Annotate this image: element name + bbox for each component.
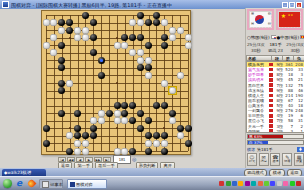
header-losses: 负 xyxy=(294,56,304,60)
sidebar-tool-好友[interactable]: ☺好友 xyxy=(247,153,257,166)
white-time: 25分/3次 30秒 xyxy=(246,42,266,55)
white-territory-bar: 白 37% xyxy=(247,140,304,145)
user-badge-icon xyxy=(269,129,273,133)
black-stone xyxy=(153,12,160,19)
kifu-nav-button[interactable]: |◀ xyxy=(58,157,66,162)
user-badge-icon xyxy=(269,73,273,77)
white-stone xyxy=(161,19,168,26)
sidebar-tool-记谱[interactable]: ✎记谱 xyxy=(282,153,292,166)
black-stone xyxy=(137,125,144,132)
white-time-seconds: 30秒 xyxy=(246,48,266,54)
user-badge-icon xyxy=(269,104,273,108)
white-stone xyxy=(114,148,121,155)
white-stone xyxy=(137,49,144,56)
watcher-count: 观战 23 xyxy=(266,48,286,54)
white-stone xyxy=(145,72,152,79)
tray-icon[interactable] xyxy=(277,181,282,186)
white-stone xyxy=(50,34,57,41)
app-icon xyxy=(2,1,9,8)
move-spinner[interactable]: ▲▼ xyxy=(297,147,304,152)
white-stone xyxy=(177,132,184,139)
white-stone xyxy=(185,34,192,41)
trigram-icon: ☰ xyxy=(251,13,254,17)
user-badge-icon xyxy=(269,124,273,128)
tray-icon[interactable] xyxy=(283,181,288,186)
sub-window-bar: ◆walk23棋谱 观战模式棋谱返回 xyxy=(0,168,304,176)
user-stat: 3 xyxy=(284,129,294,133)
task-app-icon xyxy=(42,181,49,188)
white-stone xyxy=(74,140,81,147)
task-button-active[interactable]: 围棋对弈 xyxy=(67,179,107,189)
black-stone xyxy=(145,64,152,71)
white-stone xyxy=(58,27,65,34)
white-stone xyxy=(169,34,176,41)
white-stone xyxy=(50,19,57,26)
white-stone xyxy=(169,117,176,124)
current-move-marker xyxy=(100,59,103,62)
black-stone xyxy=(145,19,152,26)
black-stone xyxy=(161,132,168,139)
status-value: 第181手 xyxy=(257,147,297,152)
grid-line-v xyxy=(156,15,157,151)
white-territory-label: 白 37% xyxy=(249,141,262,146)
china-mini-flag-icon xyxy=(300,35,304,39)
tool-label: 记谱 xyxy=(283,160,291,164)
white-stone xyxy=(82,34,89,41)
black-stone xyxy=(58,87,65,94)
white-stone xyxy=(185,42,192,49)
internet-explorer-icon[interactable]: e xyxy=(16,178,22,188)
black-stone xyxy=(153,132,160,139)
white-stone xyxy=(98,117,105,124)
black-territory-bar: 黑 63% xyxy=(247,134,304,139)
black-stone xyxy=(74,125,81,132)
maximize-button[interactable]: □ xyxy=(289,2,295,8)
white-stone xyxy=(121,148,128,155)
black-stone xyxy=(106,110,113,117)
tray-icon[interactable] xyxy=(226,181,231,186)
trigram-icon: ☷ xyxy=(268,23,271,27)
black-stone xyxy=(121,110,128,117)
taskbar: e 记事本 围棋对弈 xyxy=(0,176,304,190)
black-stone xyxy=(121,102,128,109)
task-button-inactive[interactable]: 记事本 xyxy=(39,179,63,189)
white-stone xyxy=(82,27,89,34)
white-stone xyxy=(66,132,73,139)
black-stone xyxy=(169,110,176,117)
white-stone xyxy=(114,117,121,124)
star-point xyxy=(69,37,71,39)
tray-icon[interactable] xyxy=(251,181,256,186)
white-stone xyxy=(169,87,176,94)
black-stone xyxy=(58,80,65,87)
task-app-icon xyxy=(70,182,75,187)
nav-buttons-container: |◀◀◀◀▶▶▶▶| xyxy=(58,157,112,162)
white-stone xyxy=(137,57,144,64)
china-star-icon: ★ xyxy=(281,13,286,19)
header-name: 名称 xyxy=(247,56,272,60)
black-stone xyxy=(82,132,89,139)
taeguk-icon xyxy=(255,15,264,24)
task-label: 围棋对弈 xyxy=(76,182,93,187)
trigram-icon: ☵ xyxy=(251,23,254,27)
user-list[interactable]: 棋乐无穷9段361208紫气东来9段52033妙手回春8段183清风明月9段45… xyxy=(246,61,304,133)
black-stone xyxy=(129,117,136,124)
kifu-nav-button[interactable]: ▶| xyxy=(103,157,111,162)
white-stone xyxy=(161,140,168,147)
white-stone xyxy=(74,34,81,41)
black-stone xyxy=(185,140,192,147)
white-stone xyxy=(145,140,152,147)
black-stone xyxy=(90,34,97,41)
white-stone xyxy=(145,57,152,64)
black-stone xyxy=(185,125,192,132)
user-badge-icon xyxy=(269,109,273,113)
black-stone xyxy=(161,34,168,41)
korea-card-face: ☰ ☲ ☵ ☷ xyxy=(250,12,271,27)
black-stone xyxy=(121,34,128,41)
black-stone xyxy=(66,27,73,34)
white-stone xyxy=(43,42,50,49)
black-stone xyxy=(153,19,160,26)
grid-line-v xyxy=(149,15,150,151)
black-stone xyxy=(66,19,73,26)
black-stone xyxy=(137,34,144,41)
header-wins: 胜 xyxy=(283,56,294,60)
china-small-stars-icon: ★★ xyxy=(288,14,293,17)
black-stone xyxy=(137,12,144,19)
black-stone xyxy=(161,42,168,49)
time-info-row: 25分/3次 30秒 181手 观战 23 25分/3次 30秒 xyxy=(246,42,304,56)
sidebar-tool-消息[interactable]: ✉消息 xyxy=(259,153,269,166)
korea-flag-card: ☰ ☲ ☵ ☷ xyxy=(247,9,274,30)
tool-label: 消息 xyxy=(260,160,268,164)
screen: 围棋对弈 - [国际围棋大赛转播] 黑贴6目半, 19路, 第181手 - 正在… xyxy=(0,0,304,190)
black-player-label: 中国(9段) xyxy=(280,35,299,40)
tray-icon[interactable] xyxy=(264,181,269,186)
white-player-label: 韩国(9段) xyxy=(251,35,270,40)
white-stone xyxy=(169,27,176,34)
black-stone xyxy=(129,148,136,155)
white-stone xyxy=(177,72,184,79)
china-flag-card: ★ ★★ xyxy=(276,9,303,30)
black-stone xyxy=(98,72,105,79)
tool-label: 设置 xyxy=(295,160,303,164)
white-stone xyxy=(98,110,105,117)
tray-icon[interactable] xyxy=(238,181,243,186)
header-rank: 段 xyxy=(272,56,283,60)
black-stone xyxy=(74,110,81,117)
sidebar-tool-设置[interactable]: ▦设置 xyxy=(294,153,304,166)
tool-label: 邀请 xyxy=(271,160,279,164)
star-point xyxy=(116,37,118,39)
black-stone xyxy=(98,57,105,64)
black-territory-label: 黑 63% xyxy=(249,135,262,140)
white-stone xyxy=(114,110,121,117)
player-cards: ☰ ☲ ☵ ☷ ★ ★★ xyxy=(246,9,304,32)
black-stone xyxy=(58,19,65,26)
user-stat: 1 xyxy=(294,129,304,133)
kifu-window-tab[interactable]: ◆walk23棋谱 xyxy=(2,169,46,177)
sidebar: ☰ ☲ ☵ ☷ ★ ★★ ○ 韩国(9段) ● 中国(9段 xyxy=(245,8,304,168)
white-stone xyxy=(177,27,184,34)
grid-line-h xyxy=(46,91,188,92)
user-badge-icon xyxy=(269,78,273,82)
goto-move-icon[interactable]: ◎ xyxy=(132,157,136,162)
tray-icon[interactable] xyxy=(270,181,275,186)
white-stone xyxy=(129,19,136,26)
china-card-face: ★ ★★ xyxy=(279,12,300,27)
tool-label: 好友 xyxy=(248,160,256,164)
white-stone xyxy=(114,42,121,49)
white-stone xyxy=(50,49,57,56)
black-stone xyxy=(43,125,50,132)
white-stone xyxy=(82,140,89,147)
trigram-icon: ☲ xyxy=(268,13,271,17)
white-stone xyxy=(74,148,81,155)
black-stone xyxy=(145,117,152,124)
tray-icon[interactable] xyxy=(232,181,237,186)
white-stone xyxy=(66,80,73,87)
black-stone xyxy=(145,42,152,49)
grid-line-h xyxy=(46,98,188,99)
black-stone xyxy=(90,125,97,132)
kifu-nav-button[interactable]: ▶ xyxy=(85,157,93,162)
white-stone xyxy=(74,27,81,34)
star-point xyxy=(116,82,118,84)
user-badge-icon xyxy=(269,63,273,67)
black-player: ● 中国(9段) xyxy=(276,33,305,41)
tray-icon[interactable] xyxy=(219,181,224,186)
black-stone xyxy=(90,132,97,139)
user-badge-icon xyxy=(269,99,273,103)
black-stone xyxy=(43,140,50,147)
tray-icon[interactable] xyxy=(290,181,295,186)
white-stone xyxy=(90,117,97,124)
white-player: ○ 韩国(9段) xyxy=(246,33,276,41)
user-badge-icon xyxy=(269,94,273,98)
black-stone xyxy=(90,49,97,56)
tray-icon[interactable] xyxy=(245,181,250,186)
black-stone xyxy=(161,102,168,109)
black-time: 25分/3次 30秒 xyxy=(285,42,304,55)
kifu-nav-button[interactable]: ◀◀ xyxy=(67,157,75,162)
black-stone xyxy=(58,42,65,49)
minimize-button[interactable]: – xyxy=(282,2,288,8)
black-stone xyxy=(58,64,65,71)
flame-app-icon[interactable] xyxy=(27,179,37,189)
black-stone xyxy=(177,125,184,132)
black-stone xyxy=(145,148,152,155)
black-stone xyxy=(137,64,144,71)
user-name: 倒脱靴 xyxy=(247,129,269,133)
kifu-nav-button[interactable]: ▶▶ xyxy=(94,157,102,162)
status-label: 棋谱 xyxy=(247,147,255,152)
user-stat: 2段 xyxy=(274,129,284,133)
game-progress: 181手 观战 23 xyxy=(266,42,286,55)
window-title: 围棋对弈 - [国际围棋大赛转播] 黑贴6目半, 19路, 第181手 - 正在… xyxy=(11,2,281,8)
task-label: 记事本 xyxy=(50,182,63,187)
korea-mini-flag-icon xyxy=(271,35,276,39)
white-stone xyxy=(121,42,128,49)
black-stone xyxy=(74,132,81,139)
user-badge-icon xyxy=(269,68,273,72)
start-button-icon[interactable] xyxy=(3,179,12,188)
sidebar-toolbar: ☺好友✉消息☎邀请✎记谱▦设置 xyxy=(246,153,304,167)
kifu-nav-button[interactable]: ◀ xyxy=(76,157,84,162)
black-stone xyxy=(161,148,168,155)
user-badge-icon xyxy=(269,114,273,118)
white-stone xyxy=(43,19,50,26)
user-badge-icon xyxy=(269,119,273,123)
system-tray xyxy=(218,181,301,186)
black-stone xyxy=(114,102,121,109)
white-stone xyxy=(121,117,128,124)
black-stone xyxy=(66,148,73,155)
black-stone xyxy=(137,110,144,117)
user-badge-icon xyxy=(269,88,273,92)
user-badge-icon xyxy=(269,83,273,87)
sidebar-tool-邀请[interactable]: ☎邀请 xyxy=(270,153,280,166)
tray-icon[interactable] xyxy=(296,181,301,186)
black-stone xyxy=(129,34,136,41)
black-stone xyxy=(145,132,152,139)
black-stone xyxy=(82,12,89,19)
go-board[interactable] xyxy=(41,10,191,155)
black-stone xyxy=(58,57,65,64)
user-list-row[interactable]: 倒脱靴2段31 xyxy=(247,129,304,133)
white-stone xyxy=(129,49,136,56)
black-stone xyxy=(153,102,160,109)
black-stone xyxy=(58,110,65,117)
white-stone xyxy=(153,140,160,147)
tray-icon[interactable] xyxy=(258,181,263,186)
black-stone xyxy=(129,102,136,109)
status-row: 棋谱 第181手 ▲▼ xyxy=(247,146,304,152)
black-stone xyxy=(90,19,97,26)
player-names-row: ○ 韩国(9段) ● 中国(9段) xyxy=(246,33,304,41)
close-button[interactable]: × xyxy=(296,2,302,8)
white-stone xyxy=(137,19,144,26)
white-stone xyxy=(82,148,89,155)
black-time-seconds: 30秒 xyxy=(285,48,304,54)
